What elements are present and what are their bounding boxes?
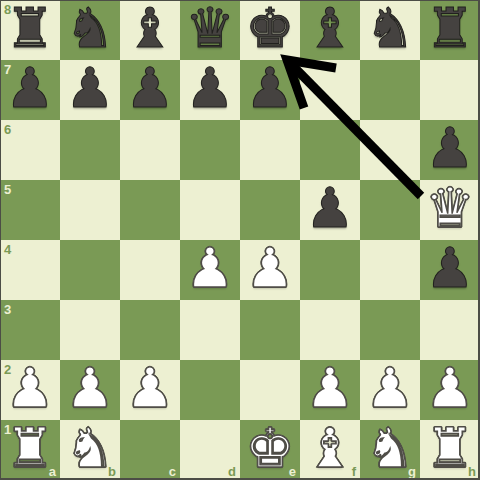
piece-black-rook-a8[interactable]: ♜: [5, 0, 54, 58]
piece-white-knight-b1[interactable]: ♞: [65, 418, 114, 478]
piece-black-bishop-c8[interactable]: ♝: [125, 0, 174, 58]
square-c1[interactable]: c: [120, 420, 180, 480]
square-d8[interactable]: ♛: [180, 0, 240, 60]
square-d2[interactable]: [180, 360, 240, 420]
piece-white-bishop-f1[interactable]: ♝: [305, 418, 354, 478]
square-g2[interactable]: ♟: [360, 360, 420, 420]
piece-black-knight-b8[interactable]: ♞: [65, 0, 114, 58]
square-b1[interactable]: b♞: [60, 420, 120, 480]
square-e6[interactable]: [240, 120, 300, 180]
square-a5[interactable]: 5: [0, 180, 60, 240]
square-b4[interactable]: [60, 240, 120, 300]
square-h6[interactable]: ♟: [420, 120, 480, 180]
square-h5[interactable]: ♛: [420, 180, 480, 240]
square-f3[interactable]: [300, 300, 360, 360]
square-g6[interactable]: [360, 120, 420, 180]
rank-label-5: 5: [4, 183, 11, 196]
square-f5[interactable]: ♟: [300, 180, 360, 240]
piece-white-rook-a1[interactable]: ♜: [5, 418, 54, 478]
square-a2[interactable]: 2♟: [0, 360, 60, 420]
piece-black-pawn-f5[interactable]: ♟: [305, 178, 354, 238]
square-e2[interactable]: [240, 360, 300, 420]
piece-white-pawn-d4[interactable]: ♟: [185, 238, 234, 298]
square-b7[interactable]: ♟: [60, 60, 120, 120]
piece-white-pawn-h2[interactable]: ♟: [425, 358, 474, 418]
square-d7[interactable]: ♟: [180, 60, 240, 120]
piece-white-pawn-f2[interactable]: ♟: [305, 358, 354, 418]
piece-white-king-e1[interactable]: ♚: [245, 418, 294, 478]
square-c4[interactable]: [120, 240, 180, 300]
piece-black-knight-g8[interactable]: ♞: [365, 0, 414, 58]
square-a1[interactable]: 1a♜: [0, 420, 60, 480]
square-a6[interactable]: 6: [0, 120, 60, 180]
square-h4[interactable]: ♟: [420, 240, 480, 300]
piece-white-pawn-b2[interactable]: ♟: [65, 358, 114, 418]
square-b3[interactable]: [60, 300, 120, 360]
square-a7[interactable]: 7♟: [0, 60, 60, 120]
square-g5[interactable]: [360, 180, 420, 240]
square-f4[interactable]: [300, 240, 360, 300]
square-f8[interactable]: ♝: [300, 0, 360, 60]
piece-black-pawn-d7[interactable]: ♟: [185, 58, 234, 118]
piece-white-rook-h1[interactable]: ♜: [425, 418, 474, 478]
square-g7[interactable]: [360, 60, 420, 120]
square-g1[interactable]: g♞: [360, 420, 420, 480]
piece-black-rook-h8[interactable]: ♜: [425, 0, 474, 58]
piece-white-pawn-a2[interactable]: ♟: [5, 358, 54, 418]
square-g4[interactable]: [360, 240, 420, 300]
square-g3[interactable]: [360, 300, 420, 360]
board-grid: 8♜♞♝♛♚♝♞♜7♟♟♟♟♟6♟5♟♛4♟♟♟32♟♟♟♟♟♟1a♜b♞cde…: [0, 0, 480, 480]
square-c5[interactable]: [120, 180, 180, 240]
square-g8[interactable]: ♞: [360, 0, 420, 60]
square-e3[interactable]: [240, 300, 300, 360]
piece-white-queen-h5[interactable]: ♛: [425, 178, 474, 238]
square-h1[interactable]: h♜: [420, 420, 480, 480]
square-c2[interactable]: ♟: [120, 360, 180, 420]
chess-board: 8♜♞♝♛♚♝♞♜7♟♟♟♟♟6♟5♟♛4♟♟♟32♟♟♟♟♟♟1a♜b♞cde…: [0, 0, 480, 480]
rank-label-3: 3: [4, 303, 11, 316]
square-e4[interactable]: ♟: [240, 240, 300, 300]
piece-black-queen-d8[interactable]: ♛: [185, 0, 234, 58]
piece-white-pawn-e4[interactable]: ♟: [245, 238, 294, 298]
square-e8[interactable]: ♚: [240, 0, 300, 60]
square-h7[interactable]: [420, 60, 480, 120]
square-d4[interactable]: ♟: [180, 240, 240, 300]
piece-black-pawn-a7[interactable]: ♟: [5, 58, 54, 118]
square-c3[interactable]: [120, 300, 180, 360]
square-a8[interactable]: 8♜: [0, 0, 60, 60]
square-c7[interactable]: ♟: [120, 60, 180, 120]
square-d1[interactable]: d: [180, 420, 240, 480]
piece-white-knight-g1[interactable]: ♞: [365, 418, 414, 478]
rank-label-4: 4: [4, 243, 11, 256]
square-c8[interactable]: ♝: [120, 0, 180, 60]
square-a3[interactable]: 3: [0, 300, 60, 360]
square-h3[interactable]: [420, 300, 480, 360]
square-b8[interactable]: ♞: [60, 0, 120, 60]
square-b6[interactable]: [60, 120, 120, 180]
piece-black-pawn-h4[interactable]: ♟: [425, 238, 474, 298]
square-e1[interactable]: e♚: [240, 420, 300, 480]
file-label-c: c: [169, 465, 176, 478]
piece-black-king-e8[interactable]: ♚: [245, 0, 294, 58]
square-f7[interactable]: [300, 60, 360, 120]
piece-black-pawn-h6[interactable]: ♟: [425, 118, 474, 178]
square-h2[interactable]: ♟: [420, 360, 480, 420]
piece-white-pawn-g2[interactable]: ♟: [365, 358, 414, 418]
square-d6[interactable]: [180, 120, 240, 180]
square-f6[interactable]: [300, 120, 360, 180]
piece-black-pawn-b7[interactable]: ♟: [65, 58, 114, 118]
square-d5[interactable]: [180, 180, 240, 240]
piece-white-pawn-c2[interactable]: ♟: [125, 358, 174, 418]
square-d3[interactable]: [180, 300, 240, 360]
square-a4[interactable]: 4: [0, 240, 60, 300]
piece-black-pawn-c7[interactable]: ♟: [125, 58, 174, 118]
piece-black-bishop-f8[interactable]: ♝: [305, 0, 354, 58]
square-f2[interactable]: ♟: [300, 360, 360, 420]
square-c6[interactable]: [120, 120, 180, 180]
square-h8[interactable]: ♜: [420, 0, 480, 60]
rank-label-6: 6: [4, 123, 11, 136]
square-f1[interactable]: f♝: [300, 420, 360, 480]
square-b5[interactable]: [60, 180, 120, 240]
square-e5[interactable]: [240, 180, 300, 240]
piece-black-pawn-e7[interactable]: ♟: [245, 58, 294, 118]
square-b2[interactable]: ♟: [60, 360, 120, 420]
square-e7[interactable]: ♟: [240, 60, 300, 120]
file-label-d: d: [228, 465, 236, 478]
